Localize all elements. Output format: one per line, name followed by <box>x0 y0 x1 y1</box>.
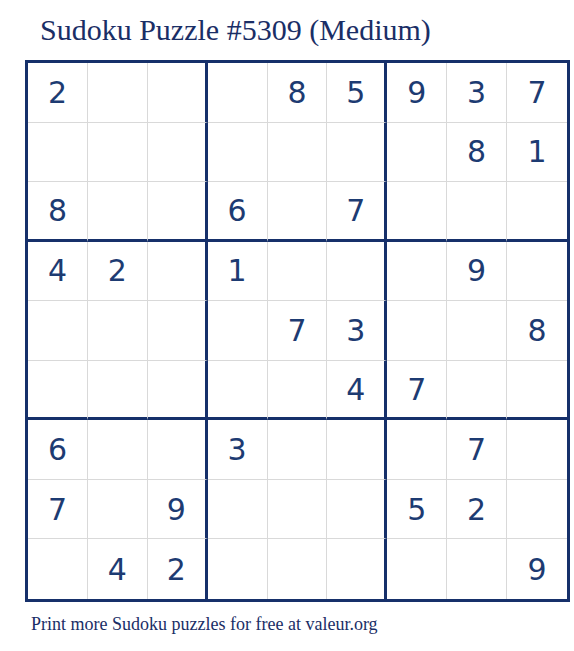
cell-r2c6-empty <box>327 123 387 183</box>
sudoku-board: 285937818674219738476377952429 <box>25 60 570 602</box>
cell-r2c1-empty <box>28 123 88 183</box>
cell-r8c8-given: 2 <box>447 480 507 540</box>
cell-r2c5-empty <box>268 123 328 183</box>
cell-r7c6-empty <box>327 420 387 480</box>
cell-r4c8-given: 9 <box>447 242 507 302</box>
cell-r5c7-empty <box>387 301 447 361</box>
cell-r8c5-empty <box>268 480 328 540</box>
cell-r4c6-empty <box>327 242 387 302</box>
cell-r8c9-empty <box>507 480 567 540</box>
cell-r3c5-empty <box>268 182 328 242</box>
cell-r6c1-empty <box>28 361 88 421</box>
cell-r3c9-empty <box>507 182 567 242</box>
cell-r4c5-empty <box>268 242 328 302</box>
cell-r7c8-given: 7 <box>447 420 507 480</box>
cell-r7c1-given: 6 <box>28 420 88 480</box>
cell-r8c6-empty <box>327 480 387 540</box>
cell-r3c7-empty <box>387 182 447 242</box>
cell-r3c3-empty <box>148 182 208 242</box>
cell-r3c6-given: 7 <box>327 182 387 242</box>
cell-r8c1-given: 7 <box>28 480 88 540</box>
cell-r9c7-empty <box>387 539 447 599</box>
cell-r6c7-given: 7 <box>387 361 447 421</box>
cell-r5c8-empty <box>447 301 507 361</box>
cell-r7c7-empty <box>387 420 447 480</box>
cell-r1c1-given: 2 <box>28 63 88 123</box>
cell-r2c4-empty <box>208 123 268 183</box>
cell-r1c3-empty <box>148 63 208 123</box>
cell-r2c8-given: 8 <box>447 123 507 183</box>
cell-r8c4-empty <box>208 480 268 540</box>
cell-r4c4-given: 1 <box>208 242 268 302</box>
sudoku-page: Sudoku Puzzle #5309 (Medium) 28593781867… <box>0 0 574 651</box>
cell-r1c4-empty <box>208 63 268 123</box>
cell-r5c1-empty <box>28 301 88 361</box>
cell-r8c2-empty <box>88 480 148 540</box>
cell-r9c6-empty <box>327 539 387 599</box>
cell-r6c8-empty <box>447 361 507 421</box>
cell-r6c4-empty <box>208 361 268 421</box>
cell-r3c4-given: 6 <box>208 182 268 242</box>
cell-r8c7-given: 5 <box>387 480 447 540</box>
cell-r9c8-empty <box>447 539 507 599</box>
cell-r6c9-empty <box>507 361 567 421</box>
cell-r5c3-empty <box>148 301 208 361</box>
cell-r9c9-given: 9 <box>507 539 567 599</box>
cell-r8c3-given: 9 <box>148 480 208 540</box>
cell-r2c7-empty <box>387 123 447 183</box>
cell-r2c3-empty <box>148 123 208 183</box>
cell-r3c1-given: 8 <box>28 182 88 242</box>
cell-r1c7-given: 9 <box>387 63 447 123</box>
cell-r7c4-given: 3 <box>208 420 268 480</box>
cell-r9c1-empty <box>28 539 88 599</box>
cell-r9c2-given: 4 <box>88 539 148 599</box>
footer-text: Print more Sudoku puzzles for free at va… <box>31 614 378 635</box>
cell-r7c2-empty <box>88 420 148 480</box>
cell-r7c5-empty <box>268 420 328 480</box>
cell-r6c5-empty <box>268 361 328 421</box>
cell-r2c9-given: 1 <box>507 123 567 183</box>
cell-r7c9-empty <box>507 420 567 480</box>
cell-r5c9-given: 8 <box>507 301 567 361</box>
cell-r4c7-empty <box>387 242 447 302</box>
cell-r1c8-given: 3 <box>447 63 507 123</box>
cell-r1c2-empty <box>88 63 148 123</box>
page-title: Sudoku Puzzle #5309 (Medium) <box>40 13 431 48</box>
cell-r1c5-given: 8 <box>268 63 328 123</box>
cell-r6c2-empty <box>88 361 148 421</box>
cell-r3c2-empty <box>88 182 148 242</box>
cell-r4c2-given: 2 <box>88 242 148 302</box>
cell-r1c6-given: 5 <box>327 63 387 123</box>
cell-r4c9-empty <box>507 242 567 302</box>
cell-r5c5-given: 7 <box>268 301 328 361</box>
cell-r6c6-given: 4 <box>327 361 387 421</box>
cell-r4c3-empty <box>148 242 208 302</box>
cell-r9c5-empty <box>268 539 328 599</box>
cell-r4c1-given: 4 <box>28 242 88 302</box>
cell-r5c4-empty <box>208 301 268 361</box>
cell-r9c3-given: 2 <box>148 539 208 599</box>
cell-r3c8-empty <box>447 182 507 242</box>
cell-r9c4-empty <box>208 539 268 599</box>
cell-r6c3-empty <box>148 361 208 421</box>
cell-r7c3-empty <box>148 420 208 480</box>
cell-r5c2-empty <box>88 301 148 361</box>
cell-r2c2-empty <box>88 123 148 183</box>
cell-r5c6-given: 3 <box>327 301 387 361</box>
cell-r1c9-given: 7 <box>507 63 567 123</box>
